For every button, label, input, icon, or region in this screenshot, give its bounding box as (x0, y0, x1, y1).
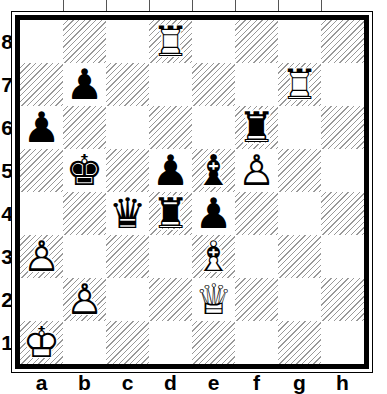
file-label-c: c (106, 372, 149, 394)
black-bishop: ♝ (192, 149, 235, 192)
square-h4[interactable] (321, 192, 364, 235)
square-h6[interactable] (321, 106, 364, 149)
square-b8[interactable] (63, 20, 106, 63)
white-rook: ♖ (278, 63, 321, 106)
black-rook: ♜ (235, 106, 278, 149)
square-h8[interactable] (321, 20, 364, 63)
square-f2[interactable] (235, 278, 278, 321)
square-a8[interactable] (20, 20, 63, 63)
square-g8[interactable] (278, 20, 321, 63)
square-g3[interactable] (278, 235, 321, 278)
square-d2[interactable] (149, 278, 192, 321)
square-d8[interactable]: ♜♖ (149, 20, 192, 63)
square-b5[interactable]: ♚ (63, 149, 106, 192)
square-f5[interactable]: ♟♙ (235, 149, 278, 192)
file-label-b: b (63, 372, 106, 394)
square-e4[interactable]: ♟ (192, 192, 235, 235)
file-label-h: h (321, 372, 364, 394)
black-pawn: ♟ (149, 149, 192, 192)
square-b3[interactable] (63, 235, 106, 278)
square-b1[interactable] (63, 321, 106, 364)
white-pawn: ♙ (63, 278, 106, 321)
square-c2[interactable] (106, 278, 149, 321)
square-c5[interactable] (106, 149, 149, 192)
black-pawn: ♟ (192, 192, 235, 235)
square-a1[interactable]: ♚♔ (20, 321, 63, 364)
square-e6[interactable] (192, 106, 235, 149)
square-d6[interactable] (149, 106, 192, 149)
square-g5[interactable] (278, 149, 321, 192)
square-e2[interactable]: ♛♕ (192, 278, 235, 321)
file-label-g: g (278, 372, 321, 394)
square-g2[interactable] (278, 278, 321, 321)
square-d1[interactable] (149, 321, 192, 364)
square-e3[interactable]: ♝♗ (192, 235, 235, 278)
file-label-d: d (149, 372, 192, 394)
square-h3[interactable] (321, 235, 364, 278)
square-c4[interactable]: ♛ (106, 192, 149, 235)
square-h2[interactable] (321, 278, 364, 321)
square-f8[interactable] (235, 20, 278, 63)
square-f3[interactable] (235, 235, 278, 278)
square-h5[interactable] (321, 149, 364, 192)
square-e7[interactable] (192, 63, 235, 106)
square-e8[interactable] (192, 20, 235, 63)
square-b4[interactable] (63, 192, 106, 235)
square-g6[interactable] (278, 106, 321, 149)
square-d4[interactable]: ♜ (149, 192, 192, 235)
square-f7[interactable] (235, 63, 278, 106)
black-pawn: ♟ (20, 106, 63, 149)
board-frame: ♜♖♟♜♖♟♜♚♟♝♟♙♛♜♟♟♙♝♗♟♙♛♕♚♔ (11, 11, 373, 373)
square-e1[interactable] (192, 321, 235, 364)
file-labels: abcdefgh (20, 372, 364, 394)
square-f4[interactable] (235, 192, 278, 235)
square-c8[interactable] (106, 20, 149, 63)
white-king: ♔ (20, 321, 63, 364)
square-c3[interactable] (106, 235, 149, 278)
square-b6[interactable] (63, 106, 106, 149)
square-g7[interactable]: ♜♖ (278, 63, 321, 106)
square-a4[interactable] (20, 192, 63, 235)
square-g4[interactable] (278, 192, 321, 235)
square-e5[interactable]: ♝ (192, 149, 235, 192)
white-queen: ♕ (192, 278, 235, 321)
file-label-a: a (20, 372, 63, 394)
black-queen: ♛ (106, 192, 149, 235)
square-d7[interactable] (149, 63, 192, 106)
square-c7[interactable] (106, 63, 149, 106)
square-a5[interactable] (20, 149, 63, 192)
square-f1[interactable] (235, 321, 278, 364)
square-a7[interactable] (20, 63, 63, 106)
square-a6[interactable]: ♟ (20, 106, 63, 149)
square-a2[interactable] (20, 278, 63, 321)
square-g1[interactable] (278, 321, 321, 364)
black-pawn: ♟ (63, 63, 106, 106)
square-a3[interactable]: ♟♙ (20, 235, 63, 278)
black-rook: ♜ (149, 192, 192, 235)
square-h1[interactable] (321, 321, 364, 364)
square-d5[interactable]: ♟ (149, 149, 192, 192)
white-pawn: ♙ (20, 235, 63, 278)
square-h7[interactable] (321, 63, 364, 106)
square-b2[interactable]: ♟♙ (63, 278, 106, 321)
white-bishop: ♗ (192, 235, 235, 278)
square-d3[interactable] (149, 235, 192, 278)
file-label-f: f (235, 372, 278, 394)
white-pawn: ♙ (235, 149, 278, 192)
square-c1[interactable] (106, 321, 149, 364)
square-c6[interactable] (106, 106, 149, 149)
black-king: ♚ (63, 149, 106, 192)
white-rook: ♖ (149, 20, 192, 63)
square-b7[interactable]: ♟ (63, 63, 106, 106)
file-label-e: e (192, 372, 235, 394)
chess-board: ♜♖♟♜♖♟♜♚♟♝♟♙♛♜♟♟♙♝♗♟♙♛♕♚♔ (15, 15, 369, 369)
square-f6[interactable]: ♜ (235, 106, 278, 149)
